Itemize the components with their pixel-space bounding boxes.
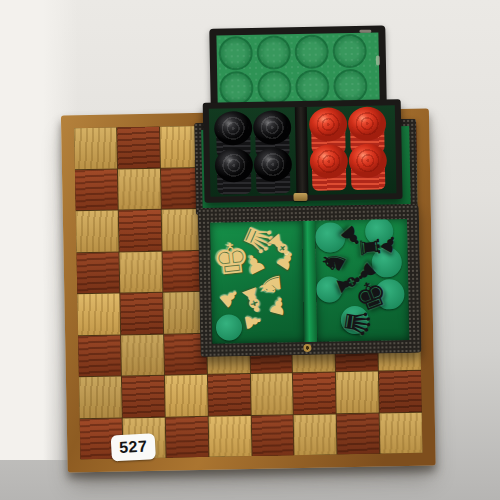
scuff-mark	[359, 30, 371, 33]
felt-impression	[294, 34, 329, 69]
tray-divider	[295, 107, 309, 195]
chess-comp-left: ♚♛♝♟♟♞♝♟♟♟	[210, 221, 304, 344]
board-square-b8	[117, 127, 160, 168]
scuff-mark	[376, 55, 380, 65]
felt-impression	[332, 34, 367, 69]
board-square-h1	[380, 412, 423, 453]
board-square-d1	[208, 416, 251, 457]
board-square-b2	[122, 376, 165, 417]
chess-piece-right: ♛	[338, 305, 376, 340]
board-square-a8	[74, 128, 117, 169]
auction-photo: ♚♛♝♟♟♞♝♟♟♟ ♟♜♞♟♟♝♚♛ 527	[0, 0, 500, 500]
board-square-e1	[251, 415, 294, 456]
chess-box-base: ♚♛♝♟♟♞♝♟♟♟ ♟♜♞♟♟♝♚♛	[198, 205, 422, 357]
chess-piece-left: ♟	[241, 311, 264, 332]
chess-comp-right: ♟♜♞♟♟♝♚♛	[315, 219, 409, 342]
piece-felt-base	[216, 314, 242, 340]
board-square-c2	[165, 375, 208, 416]
chess-box-interior: ♚♛♝♟♟♞♝♟♟♟ ♟♜♞♟♟♝♚♛	[210, 219, 409, 344]
felt-impression	[218, 36, 253, 71]
board-square-f1	[294, 414, 337, 455]
keyhole-icon	[303, 344, 311, 352]
board-square-a3	[78, 335, 121, 376]
lot-number-sticker: 527	[111, 433, 156, 461]
board-square-h2	[379, 371, 422, 412]
draughts-stack-black	[254, 147, 293, 197]
lot-number: 527	[119, 438, 148, 457]
felt-impression	[333, 69, 368, 104]
board-square-b7	[118, 168, 161, 209]
board-square-a7	[75, 169, 118, 210]
board-square-f2	[293, 372, 336, 413]
chess-piece-left: ♟	[266, 293, 290, 319]
board-square-c1	[165, 416, 208, 457]
board-square-g1	[337, 413, 380, 454]
board-square-a5	[77, 252, 120, 293]
hinge-latch	[293, 193, 307, 201]
board-square-a2	[79, 376, 122, 417]
board-square-g2	[336, 372, 379, 413]
felt-impression	[257, 70, 292, 105]
draughts-stack-red	[349, 143, 388, 194]
board-square-b3	[121, 334, 164, 375]
board-square-d2	[208, 374, 251, 415]
board-square-b4	[120, 293, 163, 334]
board-square-a4	[77, 294, 120, 335]
board-square-e2	[250, 373, 293, 414]
board-square-b6	[119, 210, 162, 251]
draughts-lid-felt	[216, 32, 379, 107]
felt-impression	[219, 71, 254, 106]
felt-impression	[256, 35, 291, 70]
draughts-stack-red	[310, 144, 349, 195]
board-square-b5	[119, 251, 162, 292]
scene: ♚♛♝♟♟♞♝♟♟♟ ♟♜♞♟♟♝♚♛ 527	[0, 0, 500, 500]
draughts-stack-black	[215, 148, 254, 197]
felt-impression	[295, 69, 330, 104]
draughts-tray-floor	[209, 105, 397, 197]
board-square-a6	[76, 211, 119, 252]
draughts-box-tray	[203, 99, 403, 203]
